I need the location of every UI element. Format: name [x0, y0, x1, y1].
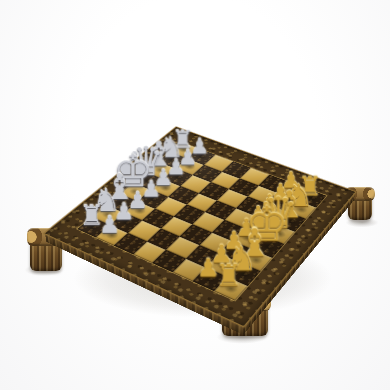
chess-piece-p[interactable]: ♟ — [98, 213, 122, 237]
chessboard-3d-scene: ♜♞♝♛♚♝♞♜♟♟♟♟♟♟♟♟♟♟♟♟♟♟♟♟♜♞♝♛♚♝♞♜ — [0, 0, 390, 390]
chess-board: ♜♞♝♛♚♝♞♜♟♟♟♟♟♟♟♟♟♟♟♟♟♟♟♟♜♞♝♛♚♝♞♜ — [45, 127, 355, 326]
product-photo-stage: ♜♞♝♛♚♝♞♜♟♟♟♟♟♟♟♟♟♟♟♟♟♟♟♟♜♞♝♛♚♝♞♜ — [0, 0, 390, 390]
chess-piece-r[interactable]: ♜ — [214, 260, 244, 290]
